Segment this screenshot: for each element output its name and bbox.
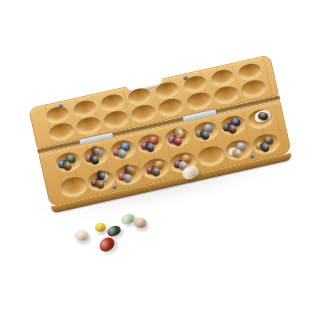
pit-row1-col3[interactable] [102,109,130,130]
loose-gem-stone[interactable] [95,223,106,232]
mancala-board [28,54,292,207]
pit-row1-col5[interactable] [157,97,185,118]
pit-row2-col5[interactable] [164,126,192,149]
product-photo-stage [0,0,312,312]
loose-gem-stone[interactable] [133,217,148,229]
pit-row3-col4[interactable] [140,156,170,180]
pit-row0-col3[interactable] [99,92,125,112]
magnet-dot [250,154,256,159]
pit-row1-col7[interactable] [212,84,240,105]
pit-row3-col3[interactable] [113,162,143,186]
pit-row3-col2[interactable] [85,168,115,192]
pit-row2-col4[interactable] [136,132,164,155]
pit-row3-col8[interactable] [250,131,280,155]
loose-gem-stone[interactable] [75,229,90,241]
pit-row1-col6[interactable] [185,90,213,111]
pit-row3-col7[interactable] [223,137,253,161]
pit-row0-col8[interactable] [237,61,263,81]
pit-row0-col7[interactable] [209,67,235,87]
pit-row2-col7[interactable] [219,113,247,136]
pit-row2-col3[interactable] [108,138,136,161]
pit-row1-col4[interactable] [129,103,157,124]
pit-row1-col2[interactable] [74,115,102,136]
pit-row2-col6[interactable] [191,120,219,143]
pit-row0-col2[interactable] [72,98,98,118]
pit-row3-col1[interactable] [58,174,88,198]
pit-row2-col8[interactable] [246,107,274,130]
pit-row3-col6[interactable] [195,143,225,167]
pit-row2-col2[interactable] [81,144,109,167]
pit-row0-col1[interactable] [44,104,70,124]
pit-row2-col1[interactable] [53,150,81,173]
pit-row1-col1[interactable] [47,121,75,142]
loose-gem-stone[interactable] [97,235,117,254]
loose-gem-stone[interactable] [106,224,123,238]
pit-row1-col8[interactable] [240,78,268,99]
magnet-dot [112,185,118,190]
